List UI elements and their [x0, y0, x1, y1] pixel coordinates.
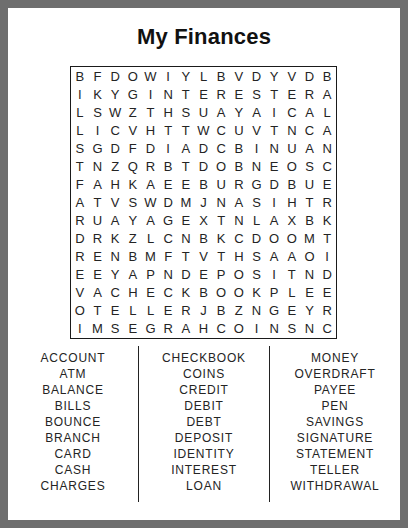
- grid-cell[interactable]: R: [230, 175, 248, 193]
- grid-cell[interactable]: A: [106, 212, 124, 230]
- grid-cell[interactable]: Y: [230, 103, 248, 121]
- grid-cell[interactable]: Y: [265, 67, 283, 85]
- grid-cell[interactable]: H: [159, 103, 177, 121]
- grid-cell[interactable]: D: [195, 157, 213, 175]
- grid-cell[interactable]: O: [230, 284, 248, 302]
- grid-cell[interactable]: I: [265, 103, 283, 121]
- grid-cell[interactable]: C: [159, 284, 177, 302]
- word-list-item: IDENTITY: [139, 446, 269, 462]
- grid-cell[interactable]: V: [248, 121, 266, 139]
- grid-cell[interactable]: D: [142, 139, 160, 157]
- grid-cell[interactable]: C: [212, 320, 230, 338]
- grid-cell[interactable]: R: [142, 157, 160, 175]
- grid-cell[interactable]: L: [142, 230, 160, 248]
- grid-cell[interactable]: V: [195, 248, 213, 266]
- word-list-item: DEBT: [139, 414, 269, 430]
- grid-cell[interactable]: B: [195, 284, 213, 302]
- grid-cell[interactable]: K: [177, 284, 195, 302]
- grid-cell[interactable]: O: [301, 248, 319, 266]
- grid-cell[interactable]: R: [159, 320, 177, 338]
- grid-cell[interactable]: I: [265, 266, 283, 284]
- grid-cell[interactable]: N: [283, 121, 301, 139]
- word-list-item: STATEMENT: [270, 446, 400, 462]
- grid-cell[interactable]: S: [301, 157, 319, 175]
- grid-cell[interactable]: B: [195, 230, 213, 248]
- grid-cell[interactable]: E: [177, 212, 195, 230]
- grid-cell[interactable]: R: [301, 85, 319, 103]
- grid-cell[interactable]: S: [177, 103, 195, 121]
- grid-cell[interactable]: L: [195, 67, 213, 85]
- grid-cell[interactable]: H: [283, 193, 301, 211]
- grid-cell[interactable]: C: [318, 157, 336, 175]
- grid-cell[interactable]: C: [106, 121, 124, 139]
- grid-cell[interactable]: E: [318, 175, 336, 193]
- grid-cell[interactable]: T: [142, 103, 160, 121]
- grid-cell[interactable]: A: [230, 193, 248, 211]
- grid-cell[interactable]: A: [283, 248, 301, 266]
- grid-cell[interactable]: N: [106, 248, 124, 266]
- grid-cell[interactable]: H: [230, 248, 248, 266]
- grid-cell[interactable]: F: [159, 248, 177, 266]
- grid-cell[interactable]: O: [124, 67, 142, 85]
- grid-cell[interactable]: D: [71, 230, 89, 248]
- grid-cell[interactable]: U: [195, 103, 213, 121]
- grid-cell[interactable]: A: [301, 139, 319, 157]
- grid-cell[interactable]: S: [89, 103, 107, 121]
- grid-cell[interactable]: N: [159, 266, 177, 284]
- grid-cell[interactable]: F: [71, 175, 89, 193]
- grid-cell[interactable]: E: [230, 85, 248, 103]
- grid-cell[interactable]: U: [212, 175, 230, 193]
- grid-cell[interactable]: T: [283, 266, 301, 284]
- grid-cell[interactable]: L: [248, 212, 266, 230]
- grid-cell[interactable]: T: [89, 302, 107, 320]
- grid-cell[interactable]: O: [283, 230, 301, 248]
- grid-cell[interactable]: B: [212, 302, 230, 320]
- word-list-item: TELLER: [270, 462, 400, 478]
- grid-cell[interactable]: H: [195, 320, 213, 338]
- grid-cell[interactable]: E: [142, 284, 160, 302]
- grid-cell[interactable]: A: [301, 103, 319, 121]
- grid-cell[interactable]: E: [89, 266, 107, 284]
- word-list-item: BALANCE: [8, 382, 138, 398]
- grid-cell[interactable]: I: [71, 320, 89, 338]
- grid-cell[interactable]: I: [265, 193, 283, 211]
- grid-cell[interactable]: C: [159, 230, 177, 248]
- grid-cell[interactable]: M: [301, 230, 319, 248]
- grid-cell[interactable]: R: [71, 212, 89, 230]
- grid-cell[interactable]: L: [124, 302, 142, 320]
- grid-cell[interactable]: N: [212, 193, 230, 211]
- grid-cell[interactable]: Y: [106, 266, 124, 284]
- grid-cell[interactable]: Y: [177, 67, 195, 85]
- puzzle-title: My Finances: [8, 24, 400, 50]
- word-list: ACCOUNTATMBALANCEBILLSBOUNCEBRANCHCARDCA…: [8, 346, 400, 502]
- grid-cell[interactable]: P: [265, 284, 283, 302]
- word-list-item: BOUNCE: [8, 414, 138, 430]
- grid-cell[interactable]: K: [106, 230, 124, 248]
- grid-cell[interactable]: N: [248, 302, 266, 320]
- word-list-item: CHARGES: [8, 478, 138, 494]
- word-list-item: WITHDRAWAL: [270, 478, 400, 494]
- grid-cell[interactable]: B: [230, 139, 248, 157]
- grid-cell[interactable]: O: [283, 157, 301, 175]
- grid-cell[interactable]: R: [318, 193, 336, 211]
- word-list-column-2: CHECKBOOKCOINSCREDITDEBITDEBTDEPOSITIDEN…: [138, 346, 269, 502]
- grid-cell[interactable]: T: [177, 85, 195, 103]
- grid-cell[interactable]: C: [301, 121, 319, 139]
- grid-cell[interactable]: V: [230, 67, 248, 85]
- grid-cell[interactable]: B: [301, 212, 319, 230]
- grid-cell[interactable]: D: [318, 266, 336, 284]
- word-list-item: INTEREST: [139, 462, 269, 478]
- grid-cell[interactable]: A: [318, 121, 336, 139]
- grid-cell[interactable]: E: [177, 175, 195, 193]
- word-list-item: ATM: [8, 366, 138, 382]
- word-list-item: PEN: [270, 398, 400, 414]
- grid-cell[interactable]: T: [177, 157, 195, 175]
- grid-cell[interactable]: I: [159, 67, 177, 85]
- grid-cell[interactable]: N: [301, 320, 319, 338]
- grid-cell[interactable]: W: [142, 67, 160, 85]
- grid-cell[interactable]: W: [195, 121, 213, 139]
- grid-cell[interactable]: O: [265, 230, 283, 248]
- grid-cell[interactable]: U: [230, 121, 248, 139]
- grid-cell[interactable]: R: [177, 302, 195, 320]
- grid-cell[interactable]: U: [89, 212, 107, 230]
- word-list-item: ACCOUNT: [8, 350, 138, 366]
- grid-cell[interactable]: I: [248, 320, 266, 338]
- grid-cell[interactable]: R: [71, 248, 89, 266]
- grid-cell[interactable]: T: [89, 193, 107, 211]
- grid-cell[interactable]: N: [301, 266, 319, 284]
- grid-cell[interactable]: S: [283, 320, 301, 338]
- grid-cell[interactable]: V: [106, 193, 124, 211]
- grid-cell[interactable]: E: [124, 320, 142, 338]
- grid-cell[interactable]: Y: [301, 302, 319, 320]
- grid-cell[interactable]: L: [142, 302, 160, 320]
- grid-cell[interactable]: A: [89, 175, 107, 193]
- grid-cell[interactable]: Y: [106, 85, 124, 103]
- grid-cell[interactable]: I: [142, 85, 160, 103]
- grid-cell[interactable]: U: [283, 139, 301, 157]
- grid-cell[interactable]: O: [212, 157, 230, 175]
- grid-cell[interactable]: O: [230, 320, 248, 338]
- word-search-grid: BFDOWIYLBVDYVDBIKYGINTERESTERALSWZTHSUAY…: [70, 66, 337, 339]
- grid-cell[interactable]: O: [71, 302, 89, 320]
- grid-cell[interactable]: E: [71, 266, 89, 284]
- grid-cell[interactable]: T: [177, 248, 195, 266]
- grid-cell[interactable]: T: [318, 230, 336, 248]
- grid-cell[interactable]: C: [230, 230, 248, 248]
- grid-cell[interactable]: T: [71, 157, 89, 175]
- grid-cell[interactable]: W: [142, 193, 160, 211]
- grid-cell[interactable]: E: [283, 302, 301, 320]
- grid-cell[interactable]: T: [159, 121, 177, 139]
- grid-cell[interactable]: D: [301, 67, 319, 85]
- grid-cell[interactable]: M: [142, 248, 160, 266]
- grid-cell[interactable]: N: [265, 320, 283, 338]
- grid-cell[interactable]: B: [159, 157, 177, 175]
- grid-cell[interactable]: B: [124, 248, 142, 266]
- grid-cell[interactable]: T: [301, 193, 319, 211]
- grid-cell[interactable]: A: [318, 85, 336, 103]
- grid-cell[interactable]: L: [318, 103, 336, 121]
- word-list-item: MONEY: [270, 350, 400, 366]
- grid-cell[interactable]: Q: [124, 157, 142, 175]
- grid-cell[interactable]: D: [265, 175, 283, 193]
- grid-cell[interactable]: V: [71, 284, 89, 302]
- grid-cell[interactable]: D: [195, 139, 213, 157]
- grid-cell[interactable]: B: [283, 175, 301, 193]
- grid-cell[interactable]: S: [106, 320, 124, 338]
- grid-cell[interactable]: P: [142, 266, 160, 284]
- grid-cell[interactable]: A: [212, 103, 230, 121]
- grid-cell[interactable]: W: [106, 103, 124, 121]
- word-list-item: BILLS: [8, 398, 138, 414]
- grid-cell[interactable]: B: [195, 175, 213, 193]
- grid-cell[interactable]: E: [195, 85, 213, 103]
- word-list-item: CREDIT: [139, 382, 269, 398]
- grid-cell[interactable]: J: [195, 193, 213, 211]
- grid-cell[interactable]: D: [177, 266, 195, 284]
- grid-cell[interactable]: T: [265, 121, 283, 139]
- grid-cell[interactable]: Y: [124, 212, 142, 230]
- word-list-column-3: MONEYOVERDRAFTPAYEEPENSAVINGSSIGNATUREST…: [269, 346, 400, 502]
- grid-cell[interactable]: D: [106, 139, 124, 157]
- word-list-item: SAVINGS: [270, 414, 400, 430]
- grid-cell[interactable]: U: [301, 175, 319, 193]
- grid-cell[interactable]: A: [177, 139, 195, 157]
- grid-cell[interactable]: F: [124, 139, 142, 157]
- grid-cell[interactable]: I: [89, 121, 107, 139]
- grid-cell[interactable]: V: [283, 67, 301, 85]
- grid-cell[interactable]: S: [71, 139, 89, 157]
- grid-cell[interactable]: A: [142, 175, 160, 193]
- grid-cell[interactable]: Z: [230, 302, 248, 320]
- grid-cell[interactable]: N: [177, 230, 195, 248]
- grid-cell[interactable]: A: [124, 266, 142, 284]
- grid-cell[interactable]: B: [212, 67, 230, 85]
- grid-cell[interactable]: C: [106, 284, 124, 302]
- grid-cell[interactable]: N: [265, 139, 283, 157]
- grid-cell[interactable]: G: [124, 85, 142, 103]
- grid-cell[interactable]: D: [106, 67, 124, 85]
- grid-cell[interactable]: I: [71, 85, 89, 103]
- grid-cell[interactable]: E: [283, 85, 301, 103]
- grid-cell[interactable]: D: [248, 67, 266, 85]
- word-list-item: PAYEE: [270, 382, 400, 398]
- grid-cell[interactable]: J: [195, 302, 213, 320]
- grid-cell[interactable]: L: [71, 103, 89, 121]
- word-list-column-1: ACCOUNTATMBALANCEBILLSBOUNCEBRANCHCARDCA…: [8, 346, 138, 502]
- grid-cell[interactable]: M: [177, 193, 195, 211]
- grid-cell[interactable]: S: [248, 266, 266, 284]
- word-list-item: SIGNATURE: [270, 430, 400, 446]
- grid-cell[interactable]: E: [318, 284, 336, 302]
- grid-cell[interactable]: K: [248, 284, 266, 302]
- grid-cell[interactable]: P: [212, 266, 230, 284]
- grid-cell[interactable]: E: [159, 302, 177, 320]
- grid-cell[interactable]: F: [89, 67, 107, 85]
- grid-cell[interactable]: G: [142, 320, 160, 338]
- grid-cell[interactable]: D: [248, 230, 266, 248]
- grid-cell[interactable]: V: [124, 121, 142, 139]
- grid-cell[interactable]: K: [89, 85, 107, 103]
- grid-cell[interactable]: I: [248, 139, 266, 157]
- grid-cell[interactable]: E: [159, 175, 177, 193]
- grid-cell[interactable]: T: [212, 248, 230, 266]
- grid-cell[interactable]: O: [212, 284, 230, 302]
- grid-cell[interactable]: A: [71, 193, 89, 211]
- grid-cell[interactable]: L: [71, 121, 89, 139]
- grid-cell[interactable]: C: [283, 103, 301, 121]
- word-list-item: OVERDRAFT: [270, 366, 400, 382]
- grid-cell[interactable]: T: [177, 121, 195, 139]
- grid-cell[interactable]: G: [89, 139, 107, 157]
- grid-cell[interactable]: Z: [124, 103, 142, 121]
- grid-cell[interactable]: G: [248, 175, 266, 193]
- grid-cell[interactable]: I: [318, 248, 336, 266]
- grid-cell[interactable]: A: [265, 212, 283, 230]
- grid-cell[interactable]: C: [318, 320, 336, 338]
- grid-cell[interactable]: D: [159, 193, 177, 211]
- grid-cell[interactable]: H: [106, 175, 124, 193]
- grid-cell[interactable]: T: [212, 212, 230, 230]
- word-list-item: DEBIT: [139, 398, 269, 414]
- grid-cell[interactable]: A: [142, 212, 160, 230]
- word-list-item: CASH: [8, 462, 138, 478]
- grid-cell[interactable]: L: [283, 284, 301, 302]
- grid-cell[interactable]: N: [318, 139, 336, 157]
- grid-cell[interactable]: T: [265, 85, 283, 103]
- grid-cell[interactable]: B: [71, 67, 89, 85]
- grid-cell[interactable]: R: [318, 302, 336, 320]
- grid-cell[interactable]: C: [212, 139, 230, 157]
- grid-cell[interactable]: O: [230, 266, 248, 284]
- grid-cell[interactable]: N: [248, 157, 266, 175]
- grid-cell[interactable]: N: [89, 157, 107, 175]
- grid-cell[interactable]: B: [230, 157, 248, 175]
- grid-cell[interactable]: N: [230, 212, 248, 230]
- grid-cell[interactable]: Z: [124, 230, 142, 248]
- grid-cell[interactable]: S: [248, 248, 266, 266]
- word-list-item: CARD: [8, 446, 138, 462]
- grid-cell[interactable]: E: [265, 157, 283, 175]
- grid-cell[interactable]: A: [248, 103, 266, 121]
- grid-cell[interactable]: K: [212, 230, 230, 248]
- grid-cell[interactable]: G: [265, 302, 283, 320]
- word-list-item: LOAN: [139, 478, 269, 494]
- grid-cell[interactable]: C: [212, 121, 230, 139]
- grid-cell[interactable]: H: [142, 121, 160, 139]
- grid-cell[interactable]: I: [159, 139, 177, 157]
- grid-cell[interactable]: K: [124, 175, 142, 193]
- word-list-item: COINS: [139, 366, 269, 382]
- grid-cell[interactable]: G: [159, 212, 177, 230]
- word-list-item: DEPOSIT: [139, 430, 269, 446]
- grid-cell[interactable]: S: [248, 85, 266, 103]
- grid-cell[interactable]: S: [248, 193, 266, 211]
- grid-cell[interactable]: H: [124, 284, 142, 302]
- grid-cell[interactable]: A: [89, 284, 107, 302]
- worksheet-page: My Finances BFDOWIYLBVDYVDBIKYGINTERESTE…: [0, 0, 408, 528]
- word-list-item: BRANCH: [8, 430, 138, 446]
- grid-cell[interactable]: N: [159, 85, 177, 103]
- grid-cell[interactable]: A: [177, 320, 195, 338]
- grid-cell[interactable]: X: [195, 212, 213, 230]
- grid-cell[interactable]: B: [318, 67, 336, 85]
- grid-cell[interactable]: E: [301, 284, 319, 302]
- grid-cell[interactable]: E: [106, 302, 124, 320]
- grid-cell[interactable]: R: [89, 230, 107, 248]
- word-list-item: CHECKBOOK: [139, 350, 269, 366]
- grid-cell[interactable]: A: [265, 248, 283, 266]
- grid-cell[interactable]: R: [212, 85, 230, 103]
- grid-cell[interactable]: S: [124, 193, 142, 211]
- grid-cell[interactable]: Z: [106, 157, 124, 175]
- grid-cell[interactable]: E: [195, 266, 213, 284]
- grid-cell[interactable]: E: [89, 248, 107, 266]
- grid-cell[interactable]: M: [89, 320, 107, 338]
- grid-cell[interactable]: X: [283, 212, 301, 230]
- grid-cell[interactable]: K: [318, 212, 336, 230]
